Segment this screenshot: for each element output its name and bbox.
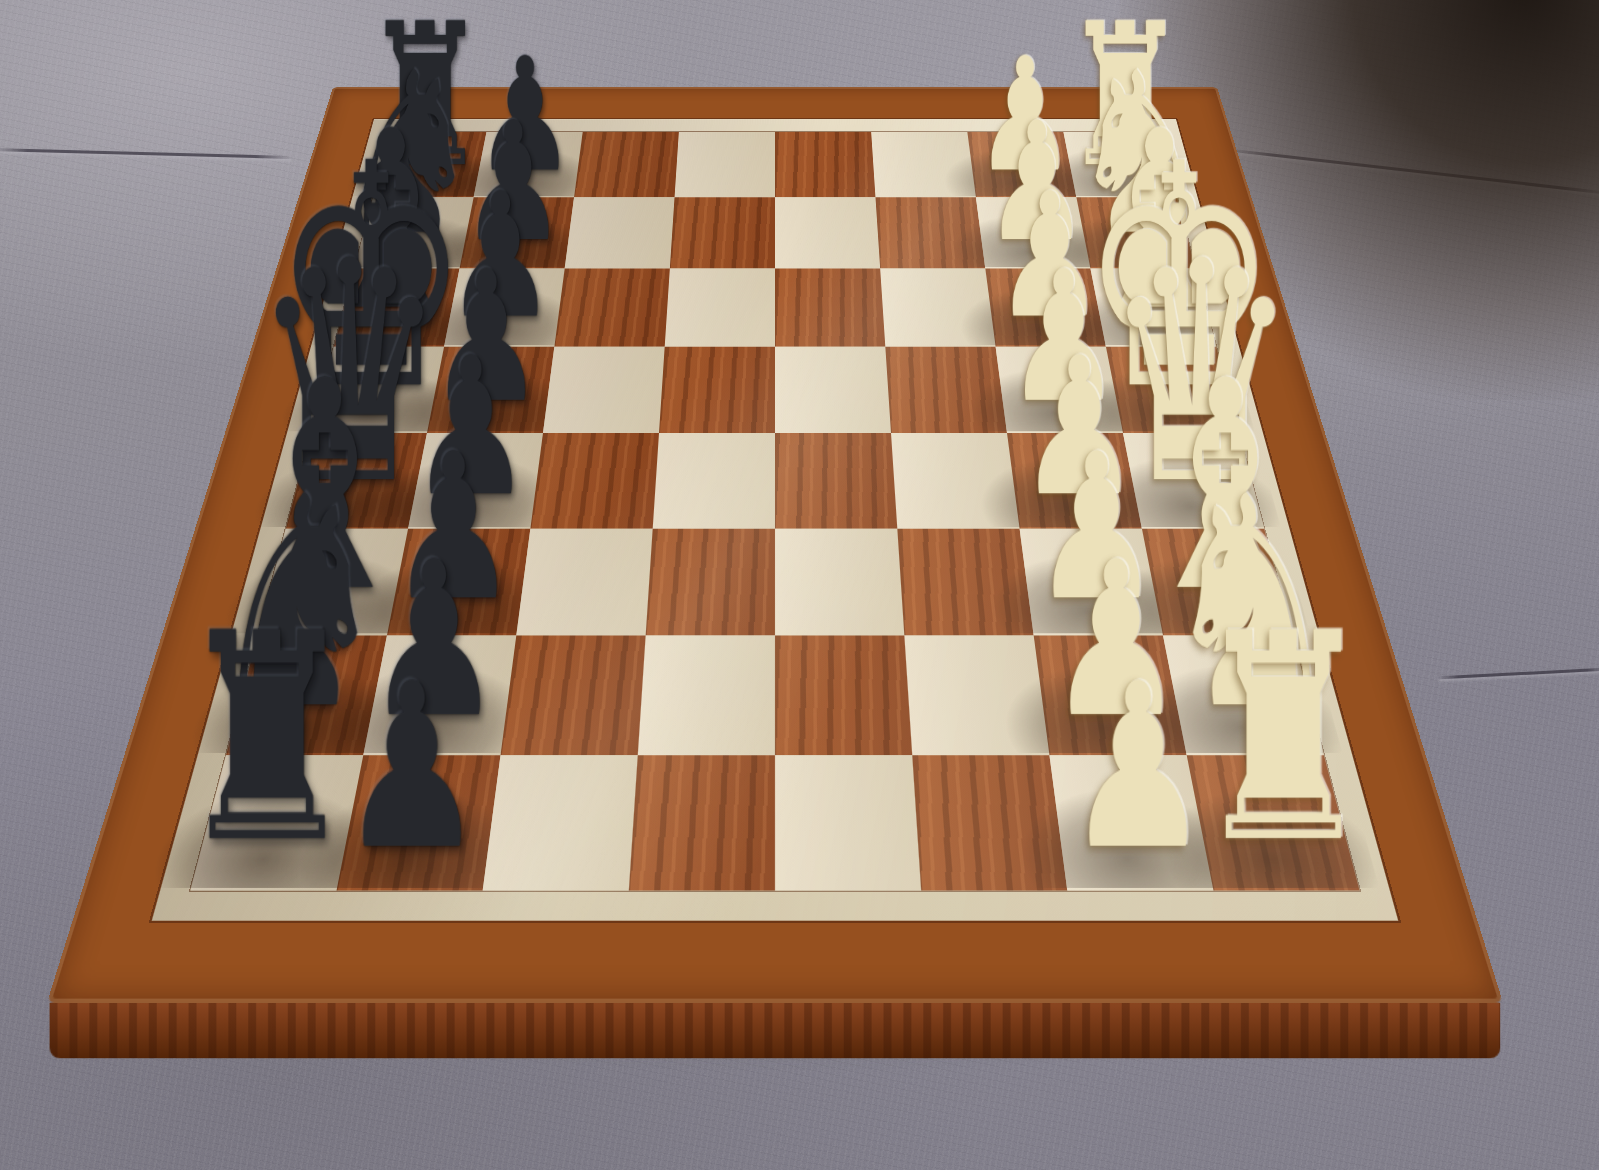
piece-white-rook-a1[interactable]: ♜	[1192, 604, 1375, 876]
board-grid: ♜♟♟♜♞♟♟♞♝♟♟♝♚♟♟♚♛♟♟♛♝♟♟♝♞♟♟♞♜♟♟♜	[190, 132, 1359, 891]
square-b4[interactable]	[775, 635, 912, 755]
square-h5[interactable]	[675, 132, 775, 197]
board-front-edge	[50, 1003, 1501, 1059]
square-a7[interactable]: ♟	[337, 755, 501, 890]
square-e4[interactable]	[775, 347, 891, 433]
square-a4[interactable]	[775, 755, 921, 890]
photo-scene: ♜♟♟♜♞♟♟♞♝♟♟♝♚♟♟♚♛♟♟♛♝♟♟♝♞♟♟♞♜♟♟♜	[0, 0, 1599, 1170]
piece-white-pawn-a2[interactable]: ♟	[1065, 660, 1210, 876]
square-c6[interactable]	[516, 529, 652, 636]
square-a5[interactable]	[629, 755, 775, 890]
square-a2[interactable]: ♟	[1049, 755, 1213, 890]
square-e6[interactable]	[543, 347, 665, 433]
square-g4[interactable]	[775, 197, 880, 268]
square-h4[interactable]	[775, 132, 875, 197]
board-frame: ♜♟♟♜♞♟♟♞♝♟♟♝♚♟♟♚♛♟♟♛♝♟♟♝♞♟♟♞♜♟♟♜	[47, 87, 1503, 1003]
square-a1[interactable]: ♜	[1187, 755, 1360, 890]
square-h6[interactable]	[574, 132, 679, 197]
square-b5[interactable]	[638, 635, 775, 755]
square-d4[interactable]	[775, 433, 897, 529]
square-f4[interactable]	[775, 268, 885, 346]
square-g6[interactable]	[565, 197, 675, 268]
square-a8[interactable]: ♜	[190, 755, 363, 890]
piece-black-rook-a8[interactable]: ♜	[175, 604, 358, 876]
square-b3[interactable]	[904, 635, 1049, 755]
square-a6[interactable]	[483, 755, 638, 890]
square-f6[interactable]	[554, 268, 669, 346]
square-d5[interactable]	[653, 433, 775, 529]
maple-border-strip: ♜♟♟♜♞♟♟♞♝♟♟♝♚♟♟♚♛♟♟♛♝♟♟♝♞♟♟♞♜♟♟♜	[148, 118, 1401, 923]
chess-board: ♜♟♟♜♞♟♟♞♝♟♟♝♚♟♟♚♛♟♟♛♝♟♟♝♞♟♟♞♜♟♟♜	[47, 87, 1503, 1003]
square-e5[interactable]	[659, 347, 775, 433]
square-c5[interactable]	[646, 529, 775, 636]
square-g5[interactable]	[670, 197, 775, 268]
square-d6[interactable]	[530, 433, 659, 529]
square-f5[interactable]	[665, 268, 775, 346]
piece-black-pawn-a7[interactable]: ♟	[339, 660, 484, 876]
square-b6[interactable]	[501, 635, 646, 755]
square-c4[interactable]	[775, 529, 904, 636]
